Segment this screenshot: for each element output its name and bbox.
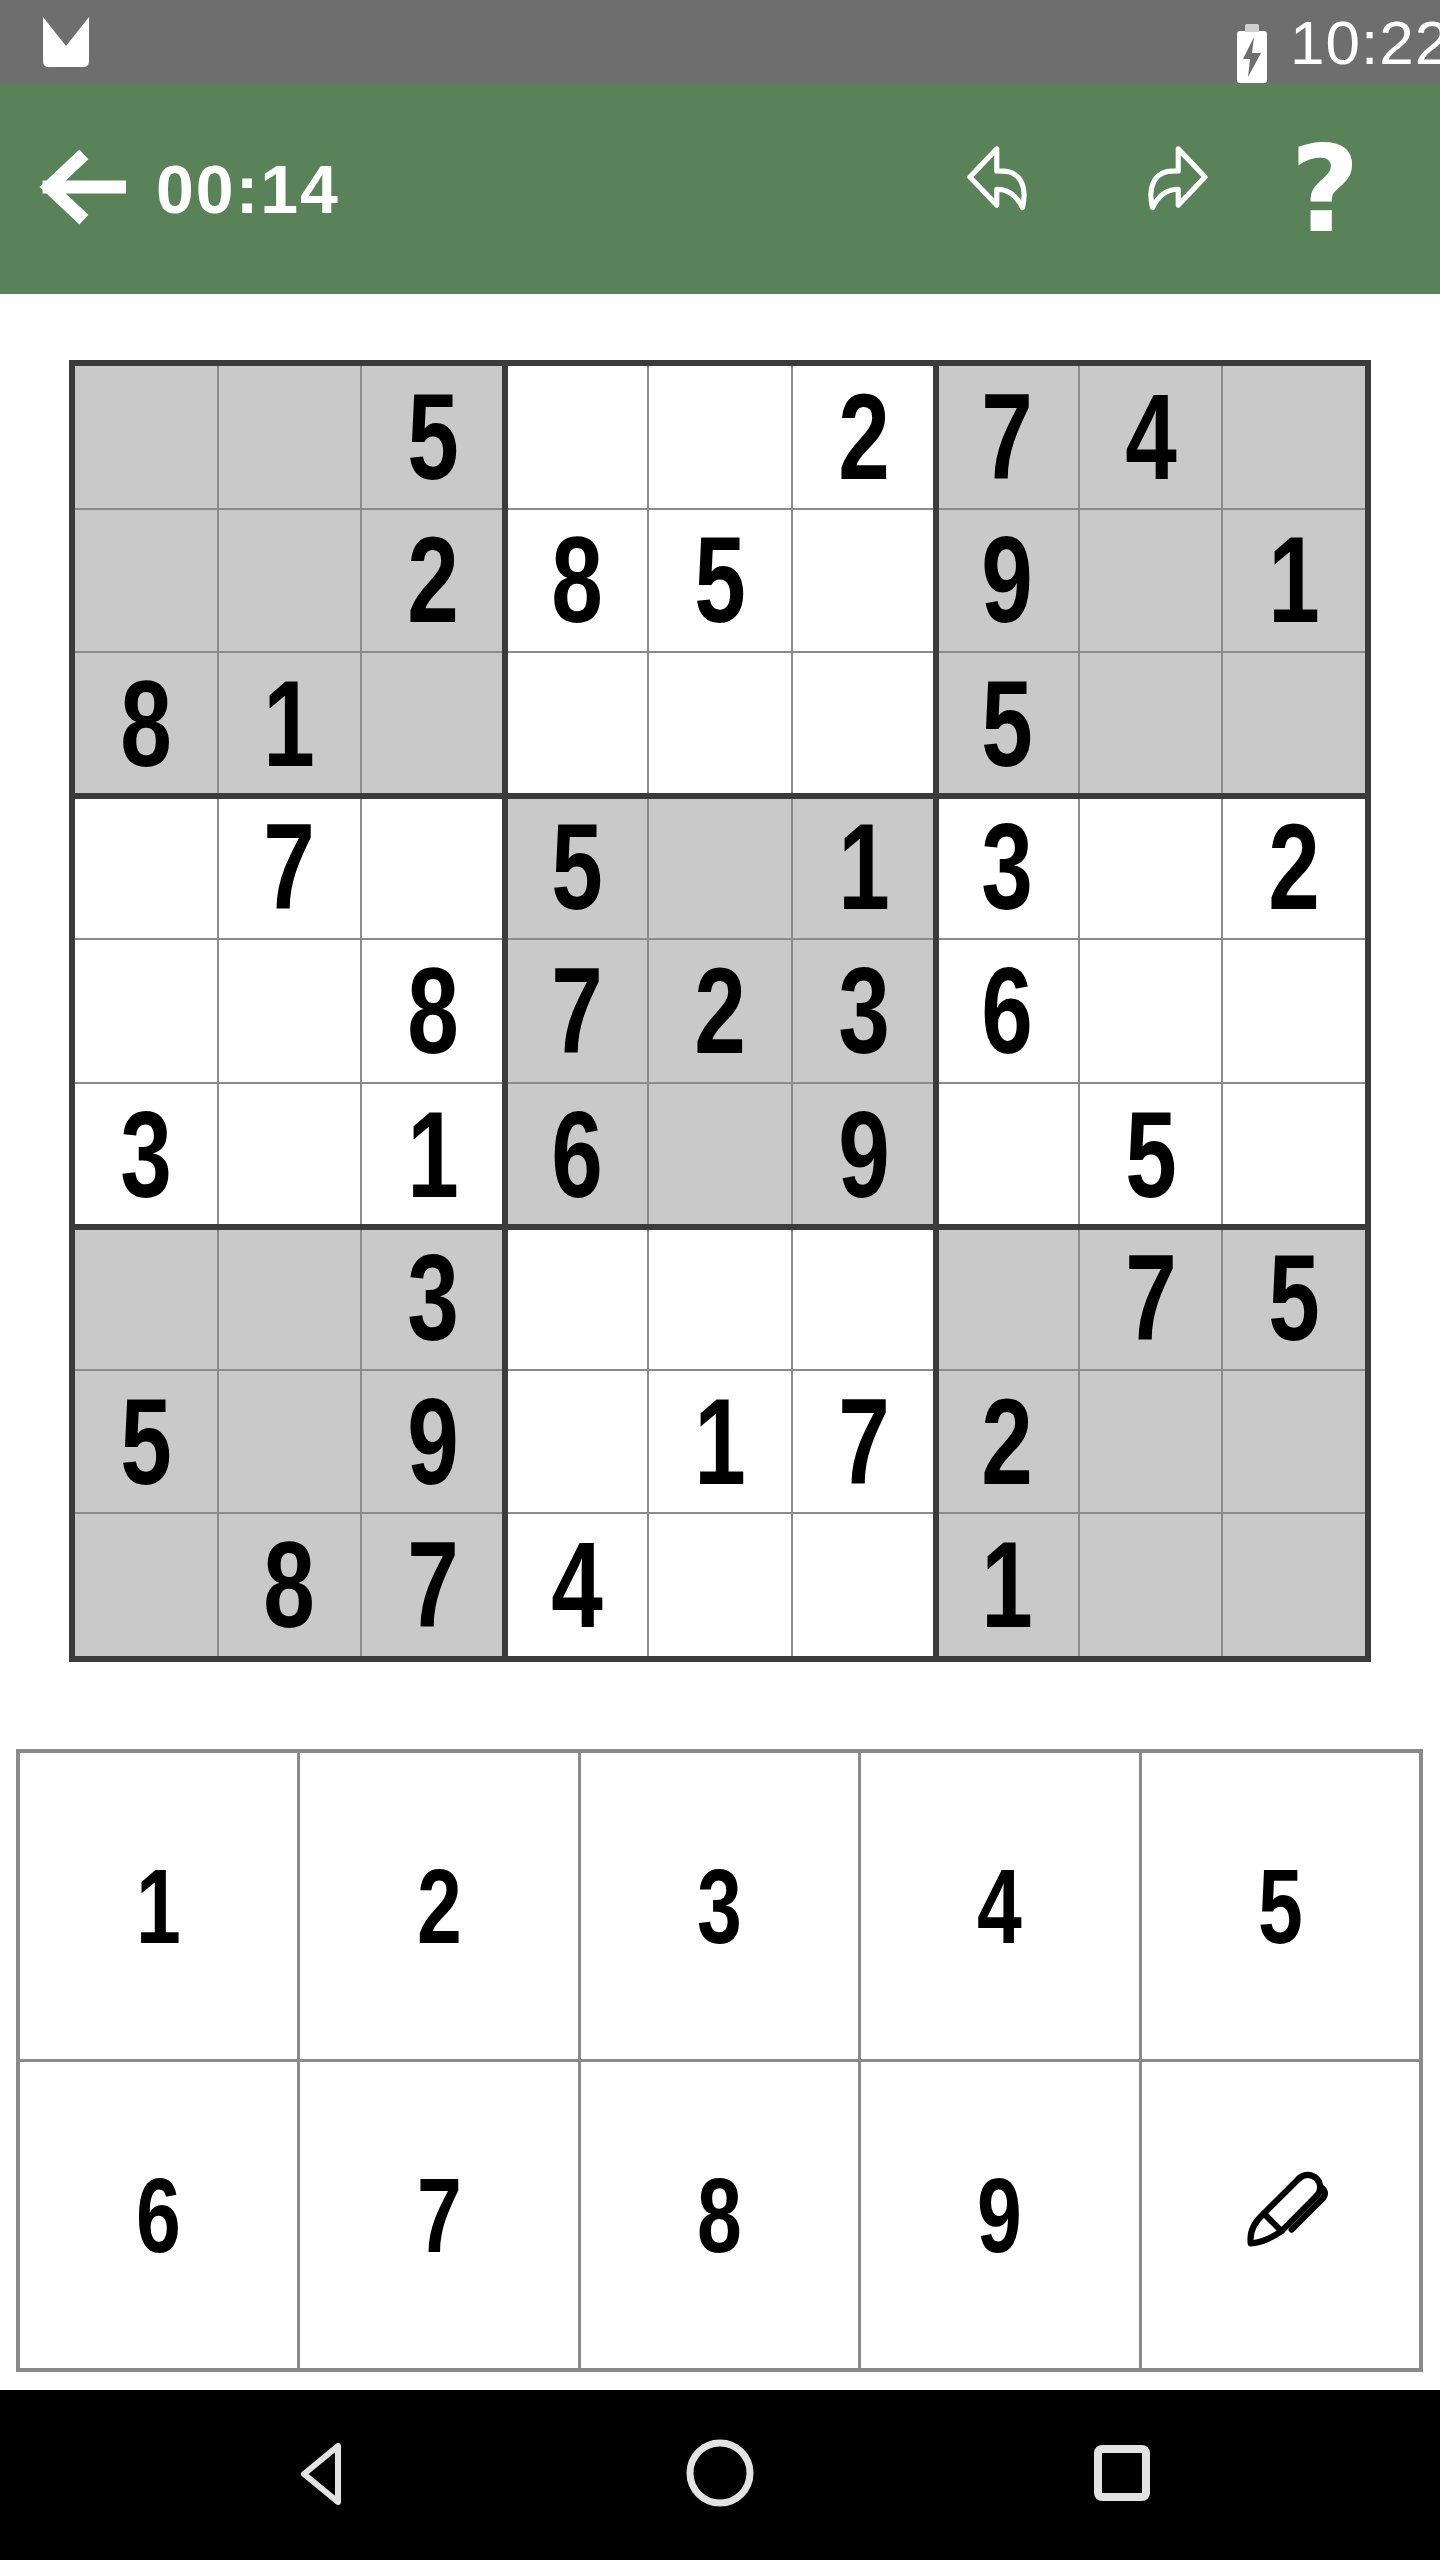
given-digit: 4 [551,1524,603,1646]
cell-r8c8[interactable] [1080,1371,1222,1513]
keypad-key-7[interactable]: 7 [300,2062,577,2368]
cell-r6c1[interactable]: 3 [75,1084,217,1226]
given-digit: 8 [264,1524,316,1646]
given-digit: 2 [694,950,746,1072]
given-digit: 5 [1268,1237,1320,1359]
cell-r6c3[interactable]: 1 [362,1084,504,1226]
cell-r5c7[interactable]: 6 [936,940,1078,1082]
cell-r5c2[interactable] [219,940,361,1082]
cell-r1c4[interactable] [506,366,648,508]
box-divider-vertical-2 [933,366,939,1656]
given-digit: 3 [120,1094,172,1216]
cell-r9c6[interactable] [793,1514,935,1656]
keypad-key-5[interactable]: 5 [1142,1753,1419,2059]
cell-r3c4[interactable] [506,653,648,795]
given-digit: 2 [838,376,890,498]
cell-r7c1[interactable] [75,1227,217,1369]
cell-r4c3[interactable] [362,797,504,939]
given-digit: 9 [407,1381,459,1503]
given-digit: 7 [981,376,1033,498]
keypad-digit: 1 [136,1853,181,1959]
keypad-key-1[interactable]: 1 [20,1753,297,2059]
number-pad: 123456789 [16,1749,1423,2372]
sudoku-board: 527428591815751328723631695375591728741 [69,360,1371,1662]
cell-r9c9[interactable] [1223,1514,1365,1656]
status-clock: 10:22 [1290,0,1440,84]
cell-r6c8[interactable]: 5 [1080,1084,1222,1226]
given-digit: 8 [407,950,459,1072]
cell-r7c5[interactable] [649,1227,791,1369]
given-digit: 5 [981,663,1033,785]
given-digit: 5 [1125,1094,1177,1216]
keypad-digit: 4 [977,1853,1022,1959]
cell-r6c6[interactable]: 9 [793,1084,935,1226]
cell-r8c3[interactable]: 9 [362,1371,504,1513]
cell-r8c5[interactable]: 1 [649,1371,791,1513]
redo-icon[interactable] [1122,144,1210,232]
cell-r1c7[interactable]: 7 [936,366,1078,508]
undo-icon[interactable] [965,144,1053,232]
keypad-key-2[interactable]: 2 [300,1753,577,2059]
cell-r9c8[interactable] [1080,1514,1222,1656]
cell-r4c7[interactable]: 3 [936,797,1078,939]
given-digit: 1 [407,1094,459,1216]
help-button[interactable]: ? [1270,84,1380,294]
cell-r3c8[interactable] [1080,653,1222,795]
help-label: ? [1290,120,1360,259]
box-divider-horizontal-1 [75,793,1365,799]
keypad-key-8[interactable]: 8 [581,2062,858,2368]
sudoku-app-screen: 10:22 00:14 ? 52742859181575132872363169… [0,0,1440,2560]
given-digit: 7 [407,1524,459,1646]
keypad-digit: 9 [977,2162,1022,2268]
cell-r2c1[interactable] [75,510,217,652]
cell-r3c1[interactable]: 8 [75,653,217,795]
cell-r9c5[interactable] [649,1514,791,1656]
cell-r4c4[interactable]: 5 [506,797,648,939]
given-digit: 7 [551,950,603,1072]
cell-r7c6[interactable] [793,1227,935,1369]
cell-r8c6[interactable]: 7 [793,1371,935,1513]
keypad-digit: 3 [697,1853,742,1959]
keypad-key-3[interactable]: 3 [581,1753,858,2059]
given-digit: 9 [838,1094,890,1216]
given-digit: 4 [1125,376,1177,498]
cell-r6c2[interactable] [219,1084,361,1226]
cell-r9c2[interactable]: 8 [219,1514,361,1656]
given-digit: 2 [407,519,459,641]
keypad-digit: 7 [417,2162,462,2268]
android-nav-bar [0,2390,1440,2560]
cell-r2c2[interactable] [219,510,361,652]
cell-r8c1[interactable]: 5 [75,1371,217,1513]
cell-r2c6[interactable] [793,510,935,652]
nav-home-icon[interactable] [684,2437,756,2509]
cell-r2c4[interactable]: 8 [506,510,648,652]
given-digit: 3 [407,1237,459,1359]
cell-r1c5[interactable] [649,366,791,508]
cell-r2c7[interactable]: 9 [936,510,1078,652]
given-digit: 7 [264,806,316,928]
given-digit: 8 [551,519,603,641]
pencil-mode-button[interactable] [1142,2062,1419,2368]
cell-r4c2[interactable]: 7 [219,797,361,939]
given-digit: 7 [838,1381,890,1503]
cell-r3c2[interactable]: 1 [219,653,361,795]
cell-r2c5[interactable]: 5 [649,510,791,652]
cell-r3c3[interactable] [362,653,504,795]
given-digit: 1 [264,663,316,785]
given-digit: 9 [981,519,1033,641]
cell-r7c7[interactable] [936,1227,1078,1369]
keypad-key-6[interactable]: 6 [20,2062,297,2368]
box-divider-vertical-1 [502,366,508,1656]
cell-r8c9[interactable] [1223,1371,1365,1513]
cell-r1c9[interactable] [1223,366,1365,508]
cell-r7c8[interactable]: 7 [1080,1227,1222,1369]
cell-r1c3[interactable]: 5 [362,366,504,508]
cell-r4c5[interactable] [649,797,791,939]
cell-r7c3[interactable]: 3 [362,1227,504,1369]
cell-r5c1[interactable] [75,940,217,1082]
keypad-digit: 2 [417,1853,462,1959]
cell-r6c9[interactable] [1223,1084,1365,1226]
cell-r9c3[interactable]: 7 [362,1514,504,1656]
nav-back-icon[interactable] [292,2440,348,2508]
given-digit: 8 [120,663,172,785]
cell-r2c8[interactable] [1080,510,1222,652]
cell-r9c4[interactable]: 4 [506,1514,648,1656]
battery-charging-icon [1237,31,1267,83]
cell-r3c9[interactable] [1223,653,1365,795]
cell-r2c9[interactable]: 1 [1223,510,1365,652]
given-digit: 3 [838,950,890,1072]
keypad-key-9[interactable]: 9 [861,2062,1138,2368]
given-digit: 1 [1268,519,1320,641]
keypad-digit: 6 [136,2162,181,2268]
given-digit: 3 [981,806,1033,928]
given-digit: 5 [120,1381,172,1503]
given-digit: 7 [1125,1237,1177,1359]
given-digit: 1 [981,1524,1033,1646]
cell-r3c5[interactable] [649,653,791,795]
cell-r5c9[interactable] [1223,940,1365,1082]
cell-r5c4[interactable]: 7 [506,940,648,1082]
given-digit: 5 [551,806,603,928]
cell-r6c4[interactable]: 6 [506,1084,648,1226]
cell-r4c9[interactable]: 2 [1223,797,1365,939]
cell-r1c1[interactable] [75,366,217,508]
keypad-key-4[interactable]: 4 [861,1753,1138,2059]
given-digit: 1 [694,1381,746,1503]
game-timer: 00:14 [156,84,340,294]
keypad-digit: 8 [697,2162,742,2268]
cell-r5c8[interactable] [1080,940,1222,1082]
app-bar: 00:14 ? [0,84,1440,294]
cell-r3c6[interactable] [793,653,935,795]
cell-r8c2[interactable] [219,1371,361,1513]
cell-r4c8[interactable] [1080,797,1222,939]
nav-recents-icon[interactable] [1091,2442,1153,2504]
cell-r8c4[interactable] [506,1371,648,1513]
given-digit: 5 [694,519,746,641]
back-arrow-icon[interactable] [36,142,126,232]
pencil-icon [1218,2153,1342,2277]
given-digit: 6 [981,950,1033,1072]
cell-r2c3[interactable]: 2 [362,510,504,652]
m-badge-notification-icon [40,16,92,68]
cell-r9c1[interactable] [75,1514,217,1656]
cell-r1c6[interactable]: 2 [793,366,935,508]
cell-r4c1[interactable] [75,797,217,939]
cell-r5c3[interactable]: 8 [362,940,504,1082]
status-bar: 10:22 [0,0,1440,84]
given-digit: 2 [1268,806,1320,928]
cell-r4c6[interactable]: 1 [793,797,935,939]
given-digit: 1 [838,806,890,928]
cell-r6c5[interactable] [649,1084,791,1226]
cell-r5c6[interactable]: 3 [793,940,935,1082]
cell-r1c8[interactable]: 4 [1080,366,1222,508]
cell-r8c7[interactable]: 2 [936,1371,1078,1513]
box-divider-horizontal-2 [75,1224,1365,1230]
keypad-digit: 5 [1258,1853,1303,1959]
cell-r7c2[interactable] [219,1227,361,1369]
cell-r3c7[interactable]: 5 [936,653,1078,795]
given-digit: 6 [551,1094,603,1216]
cell-r7c9[interactable]: 5 [1223,1227,1365,1369]
cell-r9c7[interactable]: 1 [936,1514,1078,1656]
cell-r5c5[interactable]: 2 [649,940,791,1082]
cell-r1c2[interactable] [219,366,361,508]
cell-r7c4[interactable] [506,1227,648,1369]
given-digit: 2 [981,1381,1033,1503]
cell-r6c7[interactable] [936,1084,1078,1226]
given-digit: 5 [407,376,459,498]
